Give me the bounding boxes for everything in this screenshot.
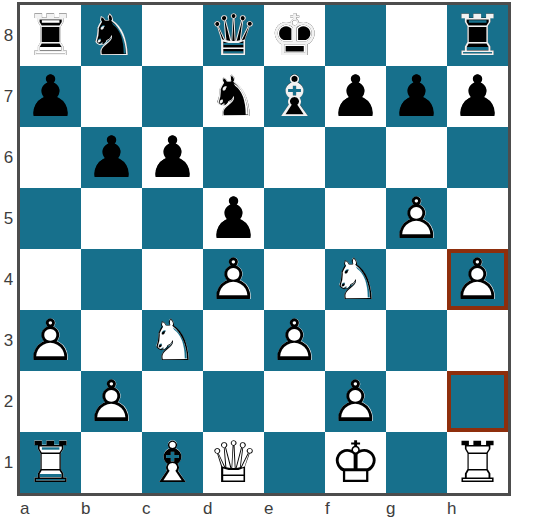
square-e1[interactable]	[264, 432, 325, 493]
black-pawn-fill-glyph: ♟	[325, 66, 386, 127]
square-b7[interactable]	[81, 66, 142, 127]
square-e8[interactable]: ♚♔	[264, 5, 325, 66]
square-f1[interactable]: ♚♔	[325, 432, 386, 493]
square-f4[interactable]: ♞♘	[325, 249, 386, 310]
square-h3[interactable]	[447, 310, 508, 371]
black-rook[interactable]: ♜♖	[20, 5, 81, 66]
rank-label-2: 2	[0, 371, 17, 432]
square-d5[interactable]: ♟♙	[203, 188, 264, 249]
white-rook-fill-glyph: ♜	[20, 432, 81, 493]
white-pawn-fill-glyph: ♟	[447, 249, 508, 310]
square-f3[interactable]	[325, 310, 386, 371]
square-f7[interactable]: ♟♙	[325, 66, 386, 127]
square-h2[interactable]	[447, 371, 508, 432]
black-pawn-outline-glyph: ♙	[20, 66, 81, 127]
file-label-g: g	[386, 496, 447, 519]
square-b6[interactable]: ♟♙	[81, 127, 142, 188]
square-f5[interactable]	[325, 188, 386, 249]
black-rook-fill-glyph: ♜	[447, 5, 508, 66]
square-g3[interactable]	[386, 310, 447, 371]
white-rook-fill-glyph: ♜	[447, 432, 508, 493]
rank-label-1: 1	[0, 432, 17, 493]
square-h8[interactable]: ♜♖	[447, 5, 508, 66]
square-h4[interactable]: ♟♙	[447, 249, 508, 310]
file-label-f: f	[325, 496, 386, 519]
black-rook-fill-glyph: ♜	[20, 5, 81, 66]
square-a4[interactable]	[20, 249, 81, 310]
black-pawn-fill-glyph: ♟	[81, 127, 142, 188]
square-b4[interactable]	[81, 249, 142, 310]
black-pawn[interactable]: ♟♙	[20, 66, 81, 127]
square-g1[interactable]	[386, 432, 447, 493]
black-pawn-outline-glyph: ♙	[325, 66, 386, 127]
white-rook[interactable]: ♜♖	[20, 432, 81, 493]
file-label-d: d	[203, 496, 264, 519]
black-pawn-fill-glyph: ♟	[142, 127, 203, 188]
rank-label-6: 6	[0, 127, 17, 188]
black-pawn[interactable]: ♟♙	[142, 127, 203, 188]
black-rook-outline-glyph: ♖	[447, 5, 508, 66]
white-pawn-fill-glyph: ♟	[203, 249, 264, 310]
white-knight[interactable]: ♞♘	[142, 310, 203, 371]
file-label-h: h	[447, 496, 508, 519]
white-rook-outline-glyph: ♖	[20, 432, 81, 493]
black-pawn-outline-glyph: ♙	[142, 127, 203, 188]
square-a6[interactable]	[20, 127, 81, 188]
black-bishop-fill-glyph: ♝	[264, 66, 325, 127]
white-knight[interactable]: ♞♘	[325, 249, 386, 310]
rank-label-5: 5	[0, 188, 17, 249]
black-pawn-fill-glyph: ♟	[447, 66, 508, 127]
square-c4[interactable]	[142, 249, 203, 310]
white-king-outline-glyph: ♔	[325, 432, 386, 493]
square-b1[interactable]	[81, 432, 142, 493]
square-a8[interactable]: ♜♖	[20, 5, 81, 66]
square-c1[interactable]: ♝♗	[142, 432, 203, 493]
black-pawn-fill-glyph: ♟	[386, 66, 447, 127]
rank-label-4: 4	[0, 249, 17, 310]
white-queen-outline-glyph: ♕	[203, 432, 264, 493]
rank-label-7: 7	[0, 66, 17, 127]
file-label-c: c	[142, 496, 203, 519]
black-queen-outline-glyph: ♕	[203, 5, 264, 66]
black-pawn[interactable]: ♟♙	[203, 188, 264, 249]
square-b5[interactable]	[81, 188, 142, 249]
white-pawn[interactable]: ♟♙	[203, 249, 264, 310]
black-bishop-outline-glyph: ♗	[264, 66, 325, 127]
square-g2[interactable]	[386, 371, 447, 432]
black-knight-fill-glyph: ♞	[203, 66, 264, 127]
square-h7[interactable]: ♟♙	[447, 66, 508, 127]
black-knight[interactable]: ♞♘	[203, 66, 264, 127]
square-c2[interactable]	[142, 371, 203, 432]
black-pawn-outline-glyph: ♙	[447, 66, 508, 127]
white-pawn[interactable]: ♟♙	[447, 249, 508, 310]
square-e6[interactable]	[264, 127, 325, 188]
square-f6[interactable]	[325, 127, 386, 188]
square-g6[interactable]	[386, 127, 447, 188]
rank-labels: 87654321	[0, 2, 17, 496]
white-knight-fill-glyph: ♞	[142, 310, 203, 371]
white-pawn-fill-glyph: ♟	[386, 188, 447, 249]
square-a7[interactable]: ♟♙	[20, 66, 81, 127]
white-pawn-fill-glyph: ♟	[81, 371, 142, 432]
white-pawn-outline-glyph: ♙	[20, 310, 81, 371]
black-pawn[interactable]: ♟♙	[81, 127, 142, 188]
white-queen[interactable]: ♛♕	[203, 432, 264, 493]
black-pawn-outline-glyph: ♙	[386, 66, 447, 127]
square-g4[interactable]	[386, 249, 447, 310]
white-pawn[interactable]: ♟♙	[264, 310, 325, 371]
square-f8[interactable]	[325, 5, 386, 66]
white-pawn-outline-glyph: ♙	[447, 249, 508, 310]
white-knight-outline-glyph: ♘	[325, 249, 386, 310]
white-rook[interactable]: ♜♖	[447, 432, 508, 493]
file-label-b: b	[81, 496, 142, 519]
square-c3[interactable]: ♞♘	[142, 310, 203, 371]
black-knight-outline-glyph: ♘	[203, 66, 264, 127]
square-e3[interactable]: ♟♙	[264, 310, 325, 371]
square-g5[interactable]: ♟♙	[386, 188, 447, 249]
square-b3[interactable]	[81, 310, 142, 371]
white-pawn-outline-glyph: ♙	[81, 371, 142, 432]
white-pawn-fill-glyph: ♟	[20, 310, 81, 371]
square-c6[interactable]: ♟♙	[142, 127, 203, 188]
black-knight-outline-glyph: ♘	[81, 5, 142, 66]
black-pawn[interactable]: ♟♙	[325, 66, 386, 127]
square-d1[interactable]: ♛♕	[203, 432, 264, 493]
white-queen-fill-glyph: ♛	[203, 432, 264, 493]
square-a3[interactable]: ♟♙	[20, 310, 81, 371]
square-e2[interactable]	[264, 371, 325, 432]
black-king-fill-glyph: ♚	[264, 5, 325, 66]
black-pawn-outline-glyph: ♙	[81, 127, 142, 188]
white-bishop-fill-glyph: ♝	[142, 432, 203, 493]
square-e7[interactable]: ♝♗	[264, 66, 325, 127]
square-b8[interactable]: ♞♘	[81, 5, 142, 66]
white-knight-fill-glyph: ♞	[325, 249, 386, 310]
white-pawn[interactable]: ♟♙	[81, 371, 142, 432]
white-bishop-outline-glyph: ♗	[142, 432, 203, 493]
black-pawn-fill-glyph: ♟	[20, 66, 81, 127]
square-g7[interactable]: ♟♙	[386, 66, 447, 127]
square-c5[interactable]	[142, 188, 203, 249]
white-pawn-fill-glyph: ♟	[325, 371, 386, 432]
square-e5[interactable]	[264, 188, 325, 249]
square-d3[interactable]	[203, 310, 264, 371]
white-pawn[interactable]: ♟♙	[325, 371, 386, 432]
square-g8[interactable]	[386, 5, 447, 66]
black-pawn[interactable]: ♟♙	[447, 66, 508, 127]
white-bishop[interactable]: ♝♗	[142, 432, 203, 493]
black-pawn[interactable]: ♟♙	[386, 66, 447, 127]
white-knight-outline-glyph: ♘	[142, 310, 203, 371]
black-queen-fill-glyph: ♛	[203, 5, 264, 66]
white-king[interactable]: ♚♔	[325, 432, 386, 493]
square-a2[interactable]	[20, 371, 81, 432]
square-h5[interactable]	[447, 188, 508, 249]
board: ♜♖♞♘♛♕♚♔♜♖♟♙♞♘♝♗♟♙♟♙♟♙♟♙♟♙♟♙♟♙♟♙♞♘♟♙♟♙♞♘…	[17, 2, 511, 496]
white-pawn-outline-glyph: ♙	[203, 249, 264, 310]
white-rook-outline-glyph: ♖	[447, 432, 508, 493]
black-rook-outline-glyph: ♖	[20, 5, 81, 66]
black-king-outline-glyph: ♔	[264, 5, 325, 66]
file-label-e: e	[264, 496, 325, 519]
black-rook[interactable]: ♜♖	[447, 5, 508, 66]
square-a5[interactable]	[20, 188, 81, 249]
white-pawn-outline-glyph: ♙	[264, 310, 325, 371]
square-h6[interactable]	[447, 127, 508, 188]
square-c8[interactable]	[142, 5, 203, 66]
chess-diagram: 87654321 ♜♖♞♘♛♕♚♔♜♖♟♙♞♘♝♗♟♙♟♙♟♙♟♙♟♙♟♙♟♙♟…	[0, 2, 535, 518]
rank-label-3: 3	[0, 310, 17, 371]
white-pawn-outline-glyph: ♙	[325, 371, 386, 432]
black-pawn-outline-glyph: ♙	[203, 188, 264, 249]
file-labels: abcdefgh	[17, 496, 511, 518]
white-king-fill-glyph: ♚	[325, 432, 386, 493]
white-pawn-fill-glyph: ♟	[264, 310, 325, 371]
white-pawn[interactable]: ♟♙	[386, 188, 447, 249]
square-d7[interactable]: ♞♘	[203, 66, 264, 127]
square-d6[interactable]	[203, 127, 264, 188]
black-queen[interactable]: ♛♕	[203, 5, 264, 66]
square-c7[interactable]	[142, 66, 203, 127]
black-knight[interactable]: ♞♘	[81, 5, 142, 66]
black-knight-fill-glyph: ♞	[81, 5, 142, 66]
rank-label-8: 8	[0, 5, 17, 66]
square-d8[interactable]: ♛♕	[203, 5, 264, 66]
white-pawn[interactable]: ♟♙	[20, 310, 81, 371]
black-pawn-fill-glyph: ♟	[203, 188, 264, 249]
square-f2[interactable]: ♟♙	[325, 371, 386, 432]
square-d4[interactable]: ♟♙	[203, 249, 264, 310]
square-b2[interactable]: ♟♙	[81, 371, 142, 432]
square-e4[interactable]	[264, 249, 325, 310]
black-king[interactable]: ♚♔	[264, 5, 325, 66]
square-a1[interactable]: ♜♖	[20, 432, 81, 493]
file-label-a: a	[20, 496, 81, 519]
black-bishop[interactable]: ♝♗	[264, 66, 325, 127]
square-d2[interactable]	[203, 371, 264, 432]
square-h1[interactable]: ♜♖	[447, 432, 508, 493]
white-pawn-outline-glyph: ♙	[386, 188, 447, 249]
